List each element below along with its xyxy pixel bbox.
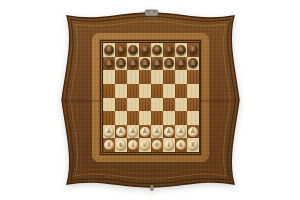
piece-white-queen[interactable]: ♛: [140, 140, 150, 150]
square-g2[interactable]: ♟: [175, 125, 187, 139]
metal-clasp: [145, 10, 158, 16]
square-e4[interactable]: [151, 98, 163, 112]
piece-black-knight[interactable]: ♞: [176, 45, 186, 55]
square-c4[interactable]: [127, 98, 139, 112]
square-a2[interactable]: ♟: [103, 125, 115, 139]
piece-black-pawn[interactable]: ♟: [116, 58, 126, 68]
piece-white-rook[interactable]: ♜: [188, 140, 198, 150]
square-d2[interactable]: ♟: [139, 125, 151, 139]
square-a3[interactable]: [103, 111, 115, 125]
square-e5[interactable]: [151, 84, 163, 98]
square-b8[interactable]: ♞: [115, 43, 127, 57]
piece-white-pawn[interactable]: ♟: [140, 127, 150, 137]
piece-white-pawn[interactable]: ♟: [128, 127, 138, 137]
square-c2[interactable]: ♟: [127, 125, 139, 139]
square-d3[interactable]: [139, 111, 151, 125]
square-d4[interactable]: [139, 98, 151, 112]
piece-white-bishop[interactable]: ♝: [128, 140, 138, 150]
square-b4[interactable]: [115, 98, 127, 112]
piece-white-knight[interactable]: ♞: [176, 140, 186, 150]
square-e6[interactable]: [151, 70, 163, 84]
square-d6[interactable]: [139, 70, 151, 84]
square-f3[interactable]: [163, 111, 175, 125]
square-f6[interactable]: [163, 70, 175, 84]
square-c3[interactable]: [127, 111, 139, 125]
square-g6[interactable]: [175, 70, 187, 84]
piece-black-rook[interactable]: ♜: [104, 45, 114, 55]
piece-black-pawn[interactable]: ♟: [188, 58, 198, 68]
square-c1[interactable]: ♝: [127, 138, 139, 152]
square-b3[interactable]: [115, 111, 127, 125]
piece-black-pawn[interactable]: ♟: [140, 58, 150, 68]
piece-black-bishop[interactable]: ♝: [128, 45, 138, 55]
piece-white-pawn[interactable]: ♟: [104, 127, 114, 137]
photo-background: ♜♞♝♛♚♝♞♜♟♟♟♟♟♟♟♟♟♟♟♟♟♟♟♟♜♞♝♛♚♝♞♜: [0, 0, 300, 200]
piece-black-knight[interactable]: ♞: [116, 45, 126, 55]
square-g1[interactable]: ♞: [175, 138, 187, 152]
square-b7[interactable]: ♟: [115, 57, 127, 71]
square-g4[interactable]: [175, 98, 187, 112]
square-e3[interactable]: [151, 111, 163, 125]
square-f2[interactable]: ♟: [163, 125, 175, 139]
piece-black-pawn[interactable]: ♟: [128, 58, 138, 68]
square-a8[interactable]: ♜: [103, 43, 115, 57]
piece-black-pawn[interactable]: ♟: [152, 58, 162, 68]
chess-board: ♜♞♝♛♚♝♞♜♟♟♟♟♟♟♟♟♟♟♟♟♟♟♟♟♜♞♝♛♚♝♞♜: [103, 43, 199, 152]
square-g3[interactable]: [175, 111, 187, 125]
metal-pin: [151, 185, 154, 191]
square-c7[interactable]: ♟: [127, 57, 139, 71]
square-h3[interactable]: [187, 111, 199, 125]
piece-black-queen[interactable]: ♛: [140, 45, 150, 55]
square-h4[interactable]: [187, 98, 199, 112]
square-e1[interactable]: ♚: [151, 138, 163, 152]
piece-white-pawn[interactable]: ♟: [116, 127, 126, 137]
square-e8[interactable]: ♚: [151, 43, 163, 57]
piece-black-pawn[interactable]: ♟: [104, 58, 114, 68]
square-f5[interactable]: [163, 84, 175, 98]
square-f4[interactable]: [163, 98, 175, 112]
square-d1[interactable]: ♛: [139, 138, 151, 152]
square-g8[interactable]: ♞: [175, 43, 187, 57]
square-a6[interactable]: [103, 70, 115, 84]
square-f7[interactable]: ♟: [163, 57, 175, 71]
piece-black-pawn[interactable]: ♟: [164, 58, 174, 68]
piece-white-knight[interactable]: ♞: [116, 140, 126, 150]
piece-white-king[interactable]: ♚: [152, 140, 162, 150]
piece-white-pawn[interactable]: ♟: [164, 127, 174, 137]
piece-white-pawn[interactable]: ♟: [176, 127, 186, 137]
square-b1[interactable]: ♞: [115, 138, 127, 152]
square-d8[interactable]: ♛: [139, 43, 151, 57]
square-g7[interactable]: ♟: [175, 57, 187, 71]
square-b2[interactable]: ♟: [115, 125, 127, 139]
square-a5[interactable]: [103, 84, 115, 98]
piece-black-king[interactable]: ♚: [152, 45, 162, 55]
piece-black-rook[interactable]: ♜: [188, 45, 198, 55]
square-g5[interactable]: [175, 84, 187, 98]
piece-black-pawn[interactable]: ♟: [176, 58, 186, 68]
square-a1[interactable]: ♜: [103, 138, 115, 152]
square-c6[interactable]: [127, 70, 139, 84]
square-a7[interactable]: ♟: [103, 57, 115, 71]
square-d5[interactable]: [139, 84, 151, 98]
piece-white-pawn[interactable]: ♟: [188, 127, 198, 137]
square-e2[interactable]: ♟: [151, 125, 163, 139]
square-f8[interactable]: ♝: [163, 43, 175, 57]
square-h6[interactable]: [187, 70, 199, 84]
piece-black-bishop[interactable]: ♝: [164, 45, 174, 55]
square-h1[interactable]: ♜: [187, 138, 199, 152]
square-d7[interactable]: ♟: [139, 57, 151, 71]
square-c5[interactable]: [127, 84, 139, 98]
piece-white-rook[interactable]: ♜: [104, 140, 114, 150]
square-h5[interactable]: [187, 84, 199, 98]
square-a4[interactable]: [103, 98, 115, 112]
square-h7[interactable]: ♟: [187, 57, 199, 71]
square-h8[interactable]: ♜: [187, 43, 199, 57]
piece-white-pawn[interactable]: ♟: [152, 127, 162, 137]
square-h2[interactable]: ♟: [187, 125, 199, 139]
piece-white-bishop[interactable]: ♝: [164, 140, 174, 150]
square-e7[interactable]: ♟: [151, 57, 163, 71]
square-b6[interactable]: [115, 70, 127, 84]
square-c8[interactable]: ♝: [127, 43, 139, 57]
square-b5[interactable]: [115, 84, 127, 98]
square-f1[interactable]: ♝: [163, 138, 175, 152]
